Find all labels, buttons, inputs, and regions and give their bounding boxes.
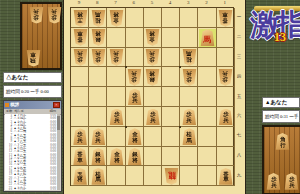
kifu-title-text: 棋譜 xyxy=(10,101,19,109)
file-label-4: 4 xyxy=(165,0,175,6)
sente-piece-stand[interactable]: 角行歩兵歩兵 xyxy=(262,125,300,194)
board-star-point xyxy=(179,126,181,128)
board-square-2一[interactable] xyxy=(198,8,216,28)
close-icon[interactable]: × xyxy=(53,102,60,108)
shogi-piece-飛車[interactable]: 飛車 xyxy=(26,50,41,67)
sente-player-box: ▲あなた xyxy=(262,97,300,108)
kifu-scrollbar[interactable] xyxy=(57,114,60,190)
board-square-1七[interactable] xyxy=(217,127,235,147)
board-square-8五[interactable] xyxy=(89,87,107,107)
board-square-7五[interactable] xyxy=(107,87,125,107)
logo-version-number: 13 xyxy=(274,30,286,45)
board-square-5七[interactable] xyxy=(144,127,162,147)
board-square-2七[interactable] xyxy=(198,127,216,147)
board-square-4二[interactable] xyxy=(162,28,180,48)
board-star-point xyxy=(125,126,127,128)
board-star-point xyxy=(125,66,127,68)
shogi-piece-歩兵[interactable]: 歩兵 xyxy=(266,173,281,190)
board-square-4三[interactable] xyxy=(162,48,180,68)
gote-time-box: 総時間 0:20 一手 0:00 xyxy=(3,85,62,98)
board-square-4八[interactable] xyxy=(162,147,180,167)
board-square-6一[interactable] xyxy=(126,8,144,28)
board-square-1五[interactable] xyxy=(217,87,235,107)
shogi-piece-歩兵[interactable]: 歩兵 xyxy=(29,7,44,24)
board-square-6二[interactable] xyxy=(126,28,144,48)
board-square-3九[interactable] xyxy=(180,166,198,186)
board-square-9四[interactable] xyxy=(71,67,89,87)
rank-label-三: 三 xyxy=(237,54,242,59)
shogi-board-panel: 王将桂馬金将香車香車銀将金将馬歩兵歩兵歩兵歩兵桂馬歩兵銀将歩兵歩兵歩兵歩兵歩兵歩… xyxy=(63,0,246,194)
sente-player-label: ▲あなた xyxy=(263,98,299,107)
board-square-4一[interactable] xyxy=(162,8,180,28)
gote-player-label: △あなた xyxy=(4,73,61,82)
board-square-8六[interactable] xyxy=(89,107,107,127)
kifu-titlebar[interactable]: 棋譜 × xyxy=(4,101,61,109)
board-square-2九[interactable] xyxy=(198,166,216,186)
board-square-1八[interactable] xyxy=(217,147,235,167)
board-square-2五[interactable] xyxy=(198,87,216,107)
gote-piece-stand[interactable]: 歩兵歩兵飛車 xyxy=(20,2,62,70)
board-square-4五[interactable] xyxy=(162,87,180,107)
shogi-piece-歩兵[interactable]: 歩兵 xyxy=(47,7,62,24)
file-label-2: 2 xyxy=(202,0,212,6)
kifu-window-icon xyxy=(5,103,9,107)
board-square-3五[interactable] xyxy=(180,87,198,107)
board-square-7二[interactable] xyxy=(107,28,125,48)
file-label-9: 9 xyxy=(74,0,84,6)
board-square-7七[interactable] xyxy=(107,127,125,147)
sente-time-box: 総時間 0:31 一手 0:00 xyxy=(262,110,300,123)
board-square-5九[interactable] xyxy=(144,166,162,186)
shogi-piece-角行[interactable]: 角行 xyxy=(275,133,290,150)
rank-label-一: 一 xyxy=(237,14,242,19)
board-square-5一[interactable] xyxy=(144,8,162,28)
rank-label-六: 六 xyxy=(237,113,242,118)
board-square-6三[interactable] xyxy=(126,48,144,68)
board-square-9六[interactable] xyxy=(71,107,89,127)
board-square-1三[interactable] xyxy=(217,48,235,68)
board-square-7四[interactable] xyxy=(107,67,125,87)
file-label-3: 3 xyxy=(183,0,193,6)
board-square-3一[interactable] xyxy=(180,8,198,28)
shogi-piece-歩兵[interactable]: 歩兵 xyxy=(284,173,299,190)
board-square-4四[interactable] xyxy=(162,67,180,87)
board-square-8四[interactable] xyxy=(89,67,107,87)
file-label-1: 1 xyxy=(220,0,230,6)
kifu-move-list[interactable]: 1▲７六歩0:002△３四歩0:003▲２六歩0:004△４四歩0:005▲４八… xyxy=(5,114,57,190)
board-square-3八[interactable] xyxy=(180,147,198,167)
rank-label-四: 四 xyxy=(237,74,242,79)
rank-label-九: 九 xyxy=(237,173,242,178)
board-square-6六[interactable] xyxy=(126,107,144,127)
sente-time-text: 総時間 0:31 一手 0:00 xyxy=(263,111,299,122)
rank-label-八: 八 xyxy=(237,153,242,158)
board-square-2三[interactable] xyxy=(198,48,216,68)
board-square-6九[interactable] xyxy=(126,166,144,186)
board-square-2八[interactable] xyxy=(198,147,216,167)
board-square-3二[interactable] xyxy=(180,28,198,48)
gote-time-text: 総時間 0:20 一手 0:00 xyxy=(4,86,61,97)
board-square-7九[interactable] xyxy=(107,166,125,186)
file-label-8: 8 xyxy=(92,0,102,6)
file-label-6: 6 xyxy=(129,0,139,6)
board-square-5五[interactable] xyxy=(144,87,162,107)
board-star-point xyxy=(179,66,181,68)
board-square-9五[interactable] xyxy=(71,87,89,107)
board-square-1二[interactable] xyxy=(217,28,235,48)
board-square-2四[interactable] xyxy=(198,67,216,87)
kifu-window[interactable]: 棋譜 × 手数指し手時間 1▲７六歩0:002△３四歩0:003▲２六歩0:00… xyxy=(3,100,62,192)
board-square-2六[interactable] xyxy=(198,107,216,127)
gekisashi-logo: 激指 13 xyxy=(250,4,300,62)
file-label-5: 5 xyxy=(147,0,157,6)
kifu-scrollbar-thumb[interactable] xyxy=(57,116,60,130)
board-square-5八[interactable] xyxy=(144,147,162,167)
file-label-7: 7 xyxy=(111,0,121,6)
rank-label-七: 七 xyxy=(237,133,242,138)
gote-player-box: △あなた xyxy=(3,72,62,83)
board-square-4六[interactable] xyxy=(162,107,180,127)
rank-label-二: 二 xyxy=(237,34,242,39)
rank-label-五: 五 xyxy=(237,94,242,99)
shogi-board[interactable]: 王将桂馬金将香車香車銀将金将馬歩兵歩兵歩兵歩兵桂馬歩兵銀将歩兵歩兵歩兵歩兵歩兵歩… xyxy=(70,7,234,186)
board-square-4七[interactable] xyxy=(162,127,180,147)
gekisashi-app-window: 歩兵歩兵飛車 △あなた 総時間 0:20 一手 0:00 棋譜 × 手数指し手時… xyxy=(0,0,300,194)
